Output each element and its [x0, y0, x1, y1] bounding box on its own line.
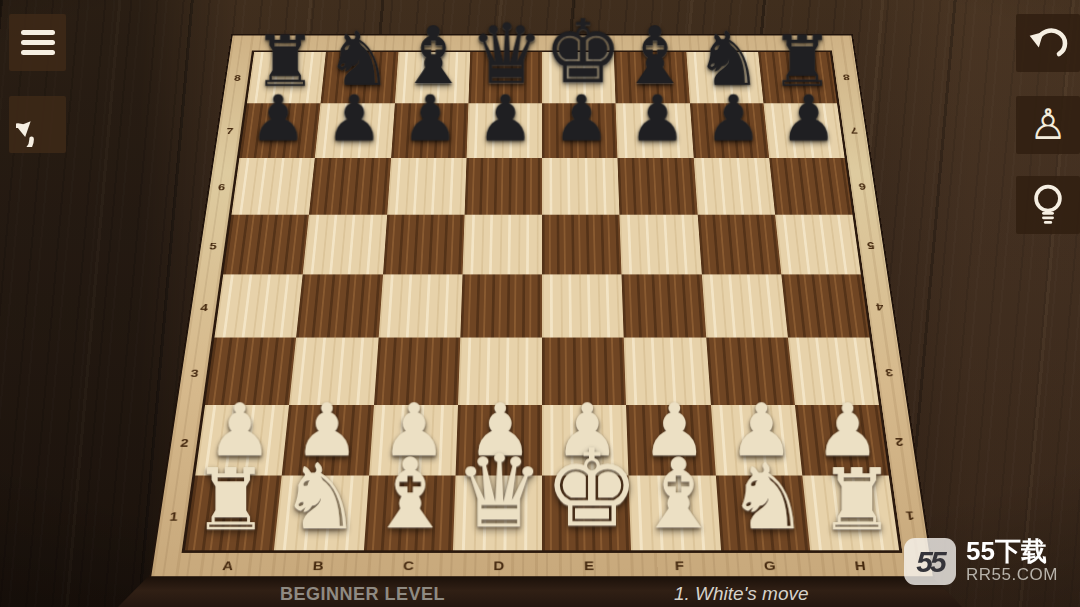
piece-black-pawn-a7[interactable]: ♟ — [241, 86, 317, 149]
rank-right-label-2: 2 — [888, 436, 911, 448]
hint-button[interactable] — [1016, 176, 1080, 234]
rank-left-label-6: 6 — [212, 182, 232, 191]
rank-right-label-4: 4 — [869, 302, 890, 313]
lightbulb-icon — [1026, 181, 1070, 229]
square-a4[interactable] — [214, 274, 302, 337]
piece-white-queen-d1[interactable]: ♛ — [454, 441, 543, 542]
piece-white-knight-b1[interactable]: ♞ — [276, 451, 365, 542]
rank-left-label-8: 8 — [228, 74, 247, 83]
file-label-c: C — [363, 559, 454, 572]
undo-icon — [1025, 21, 1071, 65]
square-f6[interactable] — [618, 158, 698, 215]
piece-black-pawn-g7[interactable]: ♟ — [695, 86, 771, 149]
square-d5[interactable] — [462, 214, 542, 274]
restart-icon — [16, 103, 60, 147]
file-label-b: B — [272, 559, 363, 572]
rank-right-label-3: 3 — [878, 368, 900, 379]
board-3d-wrap: ABCDEFGH1122334455667788 ♜♞♝♛♚♝♞♜♟♟♟♟♟♟♟… — [149, 0, 935, 578]
piece-white-bishop-f1[interactable]: ♝ — [633, 445, 722, 542]
square-f5[interactable] — [620, 214, 702, 274]
rank-left-label-4: 4 — [194, 302, 215, 313]
piece-black-pawn-h7[interactable]: ♟ — [771, 86, 847, 149]
piece-style-button[interactable]: ♙ — [1016, 96, 1080, 154]
square-h4[interactable] — [781, 274, 869, 337]
square-h5[interactable] — [775, 214, 861, 274]
rank-left-label-3: 3 — [184, 368, 206, 379]
board-front-edge: BEGINNER LEVEL 1. White's move — [118, 577, 962, 607]
piece-white-rook-h1[interactable]: ♜ — [812, 457, 901, 542]
piece-white-rook-a1[interactable]: ♜ — [186, 457, 275, 542]
piece-black-pawn-d7[interactable]: ♟ — [468, 86, 544, 149]
square-e6[interactable] — [542, 158, 620, 215]
square-b6[interactable] — [309, 158, 391, 215]
square-d4[interactable] — [460, 274, 542, 337]
piece-white-king-e1[interactable]: ♚ — [544, 435, 633, 541]
square-e5[interactable] — [542, 214, 622, 274]
piece-white-knight-g1[interactable]: ♞ — [723, 451, 812, 542]
level-label: BEGINNER LEVEL — [280, 583, 445, 605]
rank-right-label-7: 7 — [844, 126, 864, 135]
move-status: 1. White's move — [674, 583, 809, 605]
piece-black-pawn-b7[interactable]: ♟ — [316, 86, 392, 149]
rank-right-label-5: 5 — [860, 241, 881, 251]
restart-button[interactable] — [9, 96, 66, 153]
pawn-icon: ♙ — [1029, 104, 1067, 146]
square-b5[interactable] — [303, 214, 387, 274]
menu-button[interactable] — [9, 14, 66, 71]
square-g5[interactable] — [697, 214, 781, 274]
hamburger-icon — [21, 30, 55, 55]
chess-board: ABCDEFGH1122334455667788 ♜♞♝♛♚♝♞♜♟♟♟♟♟♟♟… — [149, 34, 935, 578]
rank-left-label-1: 1 — [162, 510, 185, 522]
square-b4[interactable] — [296, 274, 382, 337]
file-label-f: F — [634, 559, 725, 572]
rank-right-label-6: 6 — [852, 182, 872, 191]
square-h6[interactable] — [769, 158, 853, 215]
square-c4[interactable] — [378, 274, 462, 337]
watermark-domain: RR55.COM — [966, 565, 1058, 585]
watermark: 55 55下载 RR55.COM — [904, 538, 1058, 585]
rank-right-label-8: 8 — [837, 74, 856, 83]
file-label-a: A — [182, 559, 274, 572]
square-c5[interactable] — [383, 214, 465, 274]
file-label-d: D — [453, 559, 544, 572]
square-g4[interactable] — [701, 274, 787, 337]
chess-app-screen: ABCDEFGH1122334455667788 ♜♞♝♛♚♝♞♜♟♟♟♟♟♟♟… — [0, 0, 1080, 607]
watermark-title: 55下载 — [966, 538, 1058, 565]
square-d6[interactable] — [464, 158, 542, 215]
rank-left-label-2: 2 — [173, 436, 196, 448]
square-g6[interactable] — [693, 158, 775, 215]
rank-left-label-7: 7 — [220, 126, 240, 135]
file-label-e: E — [544, 559, 635, 572]
rank-right-label-1: 1 — [898, 510, 921, 522]
square-a5[interactable] — [223, 214, 309, 274]
square-f4[interactable] — [622, 274, 706, 337]
file-label-h: H — [814, 559, 906, 572]
watermark-badge-text: 55 — [916, 545, 943, 579]
square-e4[interactable] — [542, 274, 624, 337]
file-label-g: G — [724, 559, 815, 572]
piece-black-pawn-e7[interactable]: ♟ — [544, 86, 620, 149]
square-a6[interactable] — [232, 158, 316, 215]
undo-button[interactable] — [1016, 14, 1080, 72]
watermark-badge: 55 — [904, 538, 956, 585]
rank-left-label-5: 5 — [203, 241, 224, 251]
piece-black-pawn-f7[interactable]: ♟ — [619, 86, 695, 149]
piece-white-bishop-c1[interactable]: ♝ — [365, 445, 454, 542]
piece-black-pawn-c7[interactable]: ♟ — [392, 86, 468, 149]
square-c6[interactable] — [387, 158, 467, 215]
